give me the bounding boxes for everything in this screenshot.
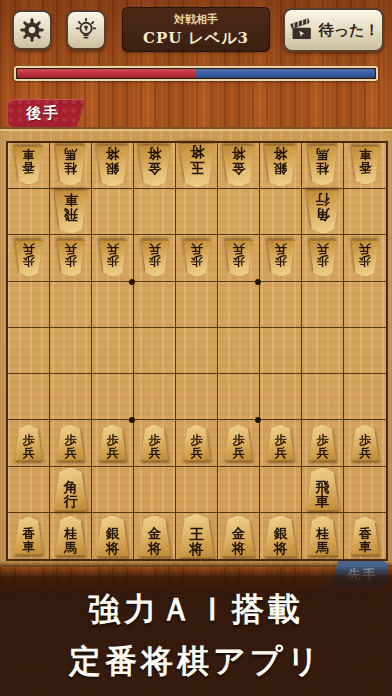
board-cell[interactable]: 角行	[50, 467, 92, 513]
gote-label-ribbon: 後手	[8, 99, 86, 127]
piece-face: 桂馬	[306, 515, 339, 556]
shogi-piece-sente[interactable]: 角行	[53, 467, 89, 511]
board-cell[interactable]: 歩兵	[176, 235, 218, 281]
board-cell[interactable]	[260, 282, 302, 328]
board-cell[interactable]: 銀将	[260, 513, 302, 559]
board-cell[interactable]	[260, 467, 302, 513]
shogi-piece-gote[interactable]: 歩兵	[56, 240, 86, 277]
piece-face: 飛車	[53, 190, 89, 234]
board-cell[interactable]	[8, 189, 50, 235]
board-cell[interactable]: 桂馬	[50, 513, 92, 559]
board-cell[interactable]: 金将	[218, 143, 260, 189]
piece-face: 歩兵	[350, 240, 380, 277]
shogi-piece-sente[interactable]: 香車	[13, 516, 44, 555]
shogi-piece-gote[interactable]: 歩兵	[224, 240, 254, 277]
shogi-piece-sente[interactable]: 歩兵	[98, 424, 128, 461]
board-cell[interactable]	[218, 189, 260, 235]
opponent-panel: 対戦相手 CPU レベル3	[122, 7, 270, 52]
undo-button[interactable]: 待った！	[283, 8, 384, 52]
board-cell[interactable]	[92, 189, 134, 235]
board-cell[interactable]: 歩兵	[260, 420, 302, 466]
piece-face: 銀将	[95, 515, 130, 557]
hoshi-dot	[255, 417, 261, 423]
board-cell[interactable]: 金将	[134, 513, 176, 559]
shogi-piece-gote[interactable]: 歩兵	[140, 240, 170, 277]
piece-face: 歩兵	[14, 424, 44, 461]
board-cell[interactable]: 歩兵	[260, 235, 302, 281]
piece-face: 王将	[178, 513, 216, 558]
hoshi-dot	[129, 417, 135, 423]
board-cell[interactable]	[344, 282, 386, 328]
piece-face: 香車	[350, 146, 381, 185]
board-cell[interactable]	[50, 374, 92, 420]
piece-face: 金将	[221, 145, 256, 187]
gear-icon	[19, 17, 45, 43]
board-cell[interactable]: 歩兵	[92, 235, 134, 281]
board-cell[interactable]	[302, 328, 344, 374]
board-cell[interactable]	[50, 328, 92, 374]
board-cell[interactable]	[134, 189, 176, 235]
board-cell[interactable]: 飛車	[50, 189, 92, 235]
shogi-piece-sente[interactable]: 歩兵	[266, 424, 296, 461]
board-cell[interactable]	[176, 189, 218, 235]
board-cell[interactable]: 歩兵	[92, 420, 134, 466]
eval-bar	[14, 66, 378, 81]
shogi-piece-gote[interactable]: 歩兵	[308, 240, 338, 277]
board-cell[interactable]	[8, 328, 50, 374]
board-cell[interactable]	[8, 374, 50, 420]
board-cell[interactable]: 飛車	[302, 467, 344, 513]
piece-face: 桂馬	[54, 145, 87, 186]
shogi-piece-gote[interactable]: 歩兵	[266, 240, 296, 277]
piece-face: 銀将	[95, 145, 130, 187]
board-cell[interactable]: 桂馬	[302, 143, 344, 189]
board-cell[interactable]: 歩兵	[218, 235, 260, 281]
piece-face: 歩兵	[98, 424, 128, 461]
shogi-piece-sente[interactable]: 歩兵	[350, 424, 380, 461]
shogi-piece-sente[interactable]: 歩兵	[140, 424, 170, 461]
board-cell[interactable]: 玉将	[176, 143, 218, 189]
piece-face: 歩兵	[14, 240, 44, 277]
board-cell[interactable]: 歩兵	[302, 235, 344, 281]
shogi-piece-sente[interactable]: 歩兵	[182, 424, 212, 461]
shogi-piece-gote[interactable]: 歩兵	[98, 240, 128, 277]
shogi-piece-gote[interactable]: 金将	[221, 145, 256, 187]
board-cell[interactable]	[134, 328, 176, 374]
piece-face: 金将	[137, 145, 172, 187]
board-cell[interactable]: 歩兵	[344, 420, 386, 466]
board-cell[interactable]	[134, 467, 176, 513]
board-cell[interactable]: 歩兵	[218, 420, 260, 466]
shogi-piece-sente[interactable]: 歩兵	[224, 424, 254, 461]
board-cell[interactable]	[176, 328, 218, 374]
piece-face: 金将	[137, 515, 172, 557]
piece-face: 歩兵	[140, 424, 170, 461]
piece-face: 歩兵	[98, 240, 128, 277]
shogi-piece-sente[interactable]: 飛車	[305, 467, 341, 511]
shogi-piece-sente[interactable]: 銀将	[95, 515, 130, 557]
piece-face: 香車	[13, 516, 44, 555]
shogi-piece-sente[interactable]: 桂馬	[306, 515, 339, 556]
board-cell[interactable]	[176, 282, 218, 328]
shogi-piece-gote[interactable]: 歩兵	[182, 240, 212, 277]
board-cell[interactable]: 香車	[8, 513, 50, 559]
shogi-piece-gote[interactable]: 角行	[305, 190, 341, 234]
board-cell[interactable]: 歩兵	[50, 420, 92, 466]
board-cell[interactable]	[92, 328, 134, 374]
board-cell[interactable]	[92, 467, 134, 513]
shogi-piece-gote[interactable]: 飛車	[53, 190, 89, 234]
piece-face: 歩兵	[182, 424, 212, 461]
board-cell[interactable]: 桂馬	[302, 513, 344, 559]
opponent-name: CPU レベル3	[143, 29, 249, 48]
shogi-piece-gote[interactable]: 香車	[13, 146, 44, 185]
board-cell[interactable]	[218, 328, 260, 374]
board-cell[interactable]	[344, 189, 386, 235]
lightbulb-icon	[73, 17, 99, 43]
settings-button[interactable]	[12, 10, 52, 50]
board-cell[interactable]	[260, 374, 302, 420]
shogi-piece-sente[interactable]: 王将	[178, 513, 216, 558]
board-grid: 香車桂馬銀将金将玉将金将銀将桂馬香車飛車角行歩兵歩兵歩兵歩兵歩兵歩兵歩兵歩兵歩兵…	[6, 141, 388, 561]
board-cell[interactable]: 銀将	[260, 143, 302, 189]
undo-button-label: 待った！	[319, 21, 380, 40]
board-cell[interactable]: 香車	[8, 143, 50, 189]
shogi-piece-sente[interactable]: 桂馬	[54, 515, 87, 556]
board-cell[interactable]: 歩兵	[176, 420, 218, 466]
board-cell[interactable]	[344, 467, 386, 513]
shogi-piece-sente[interactable]: 歩兵	[56, 424, 86, 461]
piece-face: 歩兵	[224, 424, 254, 461]
piece-face: 桂馬	[54, 515, 87, 556]
board-cell[interactable]	[302, 282, 344, 328]
hoshi-dot	[129, 279, 135, 285]
shogi-piece-gote[interactable]: 銀将	[95, 145, 130, 187]
shogi-piece-gote[interactable]: 桂馬	[306, 145, 339, 186]
board-cell[interactable]: 歩兵	[344, 235, 386, 281]
piece-face: 歩兵	[224, 240, 254, 277]
board-cell[interactable]: 角行	[302, 189, 344, 235]
piece-face: 歩兵	[350, 424, 380, 461]
eval-bar-red	[17, 69, 196, 78]
piece-face: 歩兵	[266, 240, 296, 277]
board-cell[interactable]	[218, 282, 260, 328]
board-cell[interactable]	[176, 467, 218, 513]
board-cell[interactable]	[134, 374, 176, 420]
opponent-caption: 対戦相手	[174, 12, 218, 27]
board-cell[interactable]: 歩兵	[8, 235, 50, 281]
board-cell[interactable]: 歩兵	[134, 235, 176, 281]
board-cell[interactable]: 歩兵	[302, 420, 344, 466]
board-cell[interactable]	[50, 282, 92, 328]
board-cell[interactable]: 銀将	[92, 143, 134, 189]
promo-banner: 強力ＡＩ搭載 定番将棋アプリ	[0, 566, 392, 696]
board-cell[interactable]	[8, 282, 50, 328]
piece-face: 金将	[221, 515, 256, 557]
board-cell[interactable]: 香車	[344, 513, 386, 559]
shogi-piece-sente[interactable]: 金将	[137, 515, 172, 557]
shogi-piece-sente[interactable]: 香車	[350, 516, 381, 555]
board-cell[interactable]	[134, 282, 176, 328]
piece-face: 歩兵	[182, 240, 212, 277]
board-cell[interactable]	[92, 374, 134, 420]
piece-face: 角行	[53, 467, 89, 511]
shogi-piece-gote[interactable]: 金将	[137, 145, 172, 187]
shogi-piece-sente[interactable]: 歩兵	[308, 424, 338, 461]
clapperboard-icon	[288, 17, 316, 43]
app-screen: 対戦相手 CPU レベル3 待った！ 後手 香車桂馬銀将金将玉将金将銀将桂馬香車…	[0, 0, 392, 696]
piece-face: 歩兵	[266, 424, 296, 461]
board-cell[interactable]: 歩兵	[50, 235, 92, 281]
shogi-piece-gote[interactable]: 歩兵	[350, 240, 380, 277]
piece-face: 歩兵	[56, 424, 86, 461]
shogi-piece-gote[interactable]: 香車	[350, 146, 381, 185]
board-cell[interactable]	[218, 374, 260, 420]
shogi-piece-sente[interactable]: 銀将	[263, 515, 298, 557]
board-cell[interactable]: 歩兵	[8, 420, 50, 466]
piece-face: 歩兵	[140, 240, 170, 277]
piece-face: 銀将	[263, 515, 298, 557]
board-cell[interactable]: 桂馬	[50, 143, 92, 189]
piece-face: 香車	[350, 516, 381, 555]
board-cell[interactable]: 銀将	[92, 513, 134, 559]
piece-face: 角行	[305, 190, 341, 234]
board-cell[interactable]: 歩兵	[134, 420, 176, 466]
board-cell[interactable]: 金将	[218, 513, 260, 559]
shogi-piece-gote[interactable]: 桂馬	[54, 145, 87, 186]
piece-face: 飛車	[305, 467, 341, 511]
piece-face: 桂馬	[306, 145, 339, 186]
shogi-piece-gote[interactable]: 銀将	[263, 145, 298, 187]
shogi-piece-gote[interactable]: 歩兵	[14, 240, 44, 277]
board-cell[interactable]: 金将	[134, 143, 176, 189]
banner-line-1: 強力ＡＩ搭載	[88, 588, 304, 632]
shogi-piece-sente[interactable]: 金将	[221, 515, 256, 557]
piece-face: 歩兵	[56, 240, 86, 277]
board-cell[interactable]	[176, 374, 218, 420]
board-cell[interactable]	[8, 467, 50, 513]
shogi-board: 香車桂馬銀将金将玉将金将銀将桂馬香車飛車角行歩兵歩兵歩兵歩兵歩兵歩兵歩兵歩兵歩兵…	[0, 127, 392, 567]
piece-face: 香車	[13, 146, 44, 185]
board-cell[interactable]	[260, 189, 302, 235]
board-cell[interactable]	[302, 374, 344, 420]
board-cell[interactable]: 王将	[176, 513, 218, 559]
board-cell[interactable]	[92, 282, 134, 328]
hoshi-dot	[255, 279, 261, 285]
piece-face: 銀将	[263, 145, 298, 187]
shogi-piece-sente[interactable]: 歩兵	[14, 424, 44, 461]
piece-face: 歩兵	[308, 424, 338, 461]
board-cell[interactable]	[344, 328, 386, 374]
board-cell[interactable]: 香車	[344, 143, 386, 189]
board-cell[interactable]	[344, 374, 386, 420]
gote-label: 後手	[26, 104, 68, 123]
board-cell[interactable]	[260, 328, 302, 374]
shogi-piece-gote[interactable]: 玉将	[178, 143, 216, 188]
hint-button[interactable]	[66, 10, 106, 50]
eval-bar-blue	[196, 69, 375, 78]
piece-face: 歩兵	[308, 240, 338, 277]
board-cell[interactable]	[218, 467, 260, 513]
banner-line-2: 定番将棋アプリ	[69, 640, 323, 684]
piece-face: 玉将	[178, 143, 216, 188]
